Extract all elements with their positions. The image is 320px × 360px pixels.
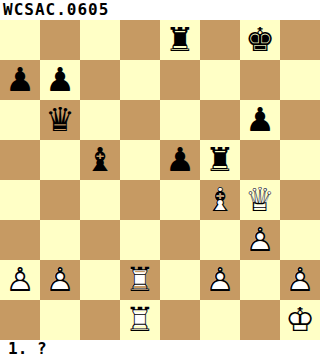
white-pawn: ♙	[40, 260, 80, 300]
square-d2[interactable]: ♜♖	[120, 260, 160, 300]
square-b4[interactable]	[40, 180, 80, 220]
move-prompt: 1. ?	[0, 340, 320, 360]
square-a3[interactable]	[0, 220, 40, 260]
square-c1[interactable]	[80, 300, 120, 340]
square-d3[interactable]	[120, 220, 160, 260]
square-f6[interactable]	[200, 100, 240, 140]
white-pawn-fill: ♟	[0, 260, 40, 300]
square-h1[interactable]: ♚♔	[280, 300, 320, 340]
square-b8[interactable]	[40, 20, 80, 60]
square-h5[interactable]	[280, 140, 320, 180]
white-pawn: ♙	[280, 260, 320, 300]
square-f7[interactable]	[200, 60, 240, 100]
square-e5[interactable]: ♟	[160, 140, 200, 180]
square-g8[interactable]: ♚	[240, 20, 280, 60]
square-g5[interactable]	[240, 140, 280, 180]
white-king: ♔	[280, 300, 320, 340]
square-c5[interactable]: ♝	[80, 140, 120, 180]
black-bishop: ♝	[80, 140, 120, 180]
white-bishop: ♗	[200, 180, 240, 220]
square-a6[interactable]	[0, 100, 40, 140]
square-d7[interactable]	[120, 60, 160, 100]
square-d4[interactable]	[120, 180, 160, 220]
square-f1[interactable]	[200, 300, 240, 340]
white-pawn: ♙	[240, 220, 280, 260]
square-g1[interactable]	[240, 300, 280, 340]
square-c6[interactable]	[80, 100, 120, 140]
square-a7[interactable]: ♟	[0, 60, 40, 100]
white-queen-fill: ♛	[240, 180, 280, 220]
black-pawn: ♟	[240, 100, 280, 140]
white-queen: ♕	[240, 180, 280, 220]
square-f4[interactable]: ♝♗	[200, 180, 240, 220]
white-pawn: ♙	[200, 260, 240, 300]
square-b1[interactable]	[40, 300, 80, 340]
square-b3[interactable]	[40, 220, 80, 260]
white-rook-fill: ♜	[120, 260, 160, 300]
square-g7[interactable]	[240, 60, 280, 100]
white-pawn-fill: ♟	[40, 260, 80, 300]
square-h3[interactable]	[280, 220, 320, 260]
white-pawn-fill: ♟	[200, 260, 240, 300]
black-queen: ♛	[40, 100, 80, 140]
square-h7[interactable]	[280, 60, 320, 100]
square-d6[interactable]	[120, 100, 160, 140]
black-pawn: ♟	[40, 60, 80, 100]
square-f3[interactable]	[200, 220, 240, 260]
square-a2[interactable]: ♟♙	[0, 260, 40, 300]
white-pawn-fill: ♟	[280, 260, 320, 300]
square-e2[interactable]	[160, 260, 200, 300]
square-h6[interactable]	[280, 100, 320, 140]
white-rook-fill: ♜	[120, 300, 160, 340]
square-a1[interactable]	[0, 300, 40, 340]
square-b6[interactable]: ♛	[40, 100, 80, 140]
black-king: ♚	[240, 20, 280, 60]
square-b2[interactable]: ♟♙	[40, 260, 80, 300]
square-c4[interactable]	[80, 180, 120, 220]
square-h4[interactable]	[280, 180, 320, 220]
square-e7[interactable]	[160, 60, 200, 100]
square-g4[interactable]: ♛♕	[240, 180, 280, 220]
square-c3[interactable]	[80, 220, 120, 260]
square-h2[interactable]: ♟♙	[280, 260, 320, 300]
square-h8[interactable]	[280, 20, 320, 60]
white-rook: ♖	[120, 300, 160, 340]
white-king-fill: ♚	[280, 300, 320, 340]
square-g3[interactable]: ♟♙	[240, 220, 280, 260]
black-pawn: ♟	[160, 140, 200, 180]
square-c8[interactable]	[80, 20, 120, 60]
square-e3[interactable]	[160, 220, 200, 260]
square-f8[interactable]	[200, 20, 240, 60]
square-e4[interactable]	[160, 180, 200, 220]
white-pawn-fill: ♟	[240, 220, 280, 260]
white-bishop-fill: ♝	[200, 180, 240, 220]
square-b7[interactable]: ♟	[40, 60, 80, 100]
black-pawn: ♟	[0, 60, 40, 100]
square-f2[interactable]: ♟♙	[200, 260, 240, 300]
square-c7[interactable]	[80, 60, 120, 100]
square-e1[interactable]	[160, 300, 200, 340]
chess-board: ♜♚♟♟♛♟♝♟♜♝♗♛♕♟♙♟♙♟♙♜♖♟♙♟♙♜♖♚♔	[0, 20, 320, 340]
white-pawn: ♙	[0, 260, 40, 300]
square-a8[interactable]	[0, 20, 40, 60]
square-d5[interactable]	[120, 140, 160, 180]
square-g6[interactable]: ♟	[240, 100, 280, 140]
square-g2[interactable]	[240, 260, 280, 300]
square-f5[interactable]: ♜	[200, 140, 240, 180]
square-a4[interactable]	[0, 180, 40, 220]
square-e8[interactable]: ♜	[160, 20, 200, 60]
square-b5[interactable]	[40, 140, 80, 180]
white-rook: ♖	[120, 260, 160, 300]
square-a5[interactable]	[0, 140, 40, 180]
black-rook: ♜	[200, 140, 240, 180]
square-e6[interactable]	[160, 100, 200, 140]
puzzle-title: WCSAC.0605	[0, 0, 320, 20]
black-rook: ♜	[160, 20, 200, 60]
square-d8[interactable]	[120, 20, 160, 60]
square-c2[interactable]	[80, 260, 120, 300]
square-d1[interactable]: ♜♖	[120, 300, 160, 340]
